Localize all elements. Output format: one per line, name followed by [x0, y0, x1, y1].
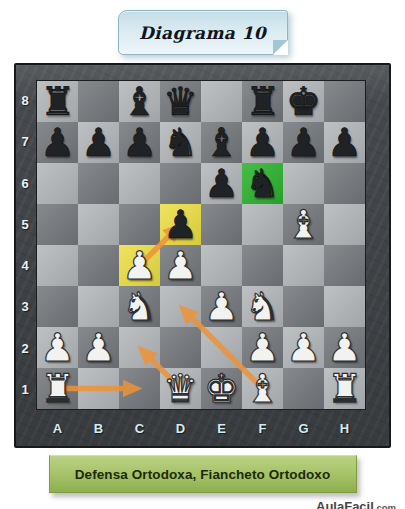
square-h5	[324, 204, 365, 245]
square-a4	[37, 245, 78, 286]
page: Diagrama 10 ♜♝♛♜♚♟♟♟♞♝♟♟♟♟♞♟♝♟♟♞♟♞♟♟♟♟♟♜…	[0, 10, 405, 509]
file-label-d: D	[160, 416, 201, 440]
square-f7: ♟	[242, 122, 283, 163]
square-c7: ♟	[119, 122, 160, 163]
caption-box: Defensa Ortodoxa, Fiancheto Ortodoxo	[49, 455, 357, 493]
rank-label-5: 5	[16, 204, 34, 245]
square-g4	[283, 245, 324, 286]
square-c6	[119, 163, 160, 204]
square-c5	[119, 204, 160, 245]
brand-name: AulaFacil	[316, 499, 374, 509]
white-pawn: ♟	[81, 328, 116, 367]
square-h8	[324, 81, 365, 122]
black-pawn: ♟	[327, 123, 362, 162]
square-c4: ♟	[119, 245, 160, 286]
square-e1: ♚	[201, 368, 242, 409]
black-pawn: ♟	[81, 123, 116, 162]
square-c1	[119, 368, 160, 409]
square-g7: ♟	[283, 122, 324, 163]
square-g5: ♝	[283, 204, 324, 245]
caption-text: Defensa Ortodoxa, Fiancheto Ortodoxo	[75, 467, 331, 482]
rank-labels: 87654321	[16, 80, 34, 410]
white-rook: ♜	[40, 369, 75, 408]
black-pawn: ♟	[122, 123, 157, 162]
black-knight: ♞	[163, 123, 198, 162]
file-label-h: H	[324, 416, 365, 440]
file-labels: ABCDEFGH	[37, 416, 365, 440]
file-label-g: G	[283, 416, 324, 440]
white-pawn: ♟	[327, 328, 362, 367]
white-pawn: ♟	[122, 246, 157, 285]
black-pawn: ♟	[163, 205, 198, 244]
square-b5	[78, 204, 119, 245]
file-label-e: E	[201, 416, 242, 440]
rank-label-3: 3	[16, 286, 34, 327]
square-a8: ♜	[37, 81, 78, 122]
square-a3	[37, 286, 78, 327]
square-e7: ♝	[201, 122, 242, 163]
board-squares: ♜♝♛♜♚♟♟♟♞♝♟♟♟♟♞♟♝♟♟♞♟♞♟♟♟♟♟♜♛♚♝♜	[36, 80, 366, 410]
square-e2	[201, 327, 242, 368]
file-label-a: A	[37, 416, 78, 440]
square-b6	[78, 163, 119, 204]
square-d3	[160, 286, 201, 327]
white-bishop: ♝	[245, 369, 280, 408]
white-bishop: ♝	[286, 205, 321, 244]
square-b3	[78, 286, 119, 327]
square-b2: ♟	[78, 327, 119, 368]
square-h7: ♟	[324, 122, 365, 163]
square-d6	[160, 163, 201, 204]
square-h1: ♜	[324, 368, 365, 409]
white-pawn: ♟	[204, 287, 239, 326]
square-c8: ♝	[119, 81, 160, 122]
square-a5	[37, 204, 78, 245]
square-b4	[78, 245, 119, 286]
square-d4: ♟	[160, 245, 201, 286]
rank-label-7: 7	[16, 121, 34, 162]
square-c2	[119, 327, 160, 368]
square-c3: ♞	[119, 286, 160, 327]
square-e6: ♟	[201, 163, 242, 204]
square-f2: ♟	[242, 327, 283, 368]
square-h3	[324, 286, 365, 327]
square-h4	[324, 245, 365, 286]
white-knight: ♞	[245, 287, 280, 326]
square-e4	[201, 245, 242, 286]
square-a1: ♜	[37, 368, 78, 409]
square-f3: ♞	[242, 286, 283, 327]
page-curl-cover	[273, 40, 288, 55]
square-b1	[78, 368, 119, 409]
white-pawn: ♟	[245, 328, 280, 367]
white-pawn: ♟	[163, 246, 198, 285]
rank-label-2: 2	[16, 328, 34, 369]
square-b7: ♟	[78, 122, 119, 163]
square-e5	[201, 204, 242, 245]
square-d1: ♛	[160, 368, 201, 409]
black-king: ♚	[286, 82, 321, 121]
black-queen: ♛	[163, 82, 198, 121]
watermark: AulaFacil.com	[0, 497, 405, 509]
square-a2: ♟	[37, 327, 78, 368]
white-king: ♚	[204, 369, 239, 408]
file-label-f: F	[242, 416, 283, 440]
black-pawn: ♟	[40, 123, 75, 162]
black-pawn: ♟	[245, 123, 280, 162]
square-f5	[242, 204, 283, 245]
rank-label-8: 8	[16, 80, 34, 121]
black-knight: ♞	[245, 164, 280, 203]
white-knight: ♞	[122, 287, 157, 326]
brand-suffix: .com	[374, 502, 396, 509]
square-h2: ♟	[324, 327, 365, 368]
black-bishop: ♝	[122, 82, 157, 121]
white-queen: ♛	[163, 369, 198, 408]
square-g2: ♟	[283, 327, 324, 368]
diagram-title-plaque: Diagrama 10	[118, 10, 288, 55]
square-a6	[37, 163, 78, 204]
square-f4	[242, 245, 283, 286]
square-d8: ♛	[160, 81, 201, 122]
square-d5: ♟	[160, 204, 201, 245]
diagram-title: Diagrama 10	[139, 23, 266, 43]
white-rook: ♜	[327, 369, 362, 408]
square-e8	[201, 81, 242, 122]
square-d2	[160, 327, 201, 368]
square-g1	[283, 368, 324, 409]
rank-label-6: 6	[16, 163, 34, 204]
square-f6: ♞	[242, 163, 283, 204]
file-label-c: C	[119, 416, 160, 440]
black-rook: ♜	[245, 82, 280, 121]
square-g6	[283, 163, 324, 204]
square-b8	[78, 81, 119, 122]
white-pawn: ♟	[286, 328, 321, 367]
square-h6	[324, 163, 365, 204]
white-pawn: ♟	[40, 328, 75, 367]
file-label-b: B	[78, 416, 119, 440]
chess-board-frame: ♜♝♛♜♚♟♟♟♞♝♟♟♟♟♞♟♝♟♟♞♟♞♟♟♟♟♟♜♛♚♝♜ 8765432…	[14, 63, 391, 448]
square-e3: ♟	[201, 286, 242, 327]
chess-board: ♜♝♛♜♚♟♟♟♞♝♟♟♟♟♞♟♝♟♟♞♟♞♟♟♟♟♟♜♛♚♝♜ 8765432…	[36, 80, 366, 410]
black-bishop: ♝	[204, 123, 239, 162]
black-rook: ♜	[40, 82, 75, 121]
black-pawn: ♟	[286, 123, 321, 162]
rank-label-4: 4	[16, 245, 34, 286]
rank-label-1: 1	[16, 369, 34, 410]
square-g8: ♚	[283, 81, 324, 122]
square-f8: ♜	[242, 81, 283, 122]
black-pawn: ♟	[204, 164, 239, 203]
square-d7: ♞	[160, 122, 201, 163]
square-g3	[283, 286, 324, 327]
square-a7: ♟	[37, 122, 78, 163]
square-f1: ♝	[242, 368, 283, 409]
